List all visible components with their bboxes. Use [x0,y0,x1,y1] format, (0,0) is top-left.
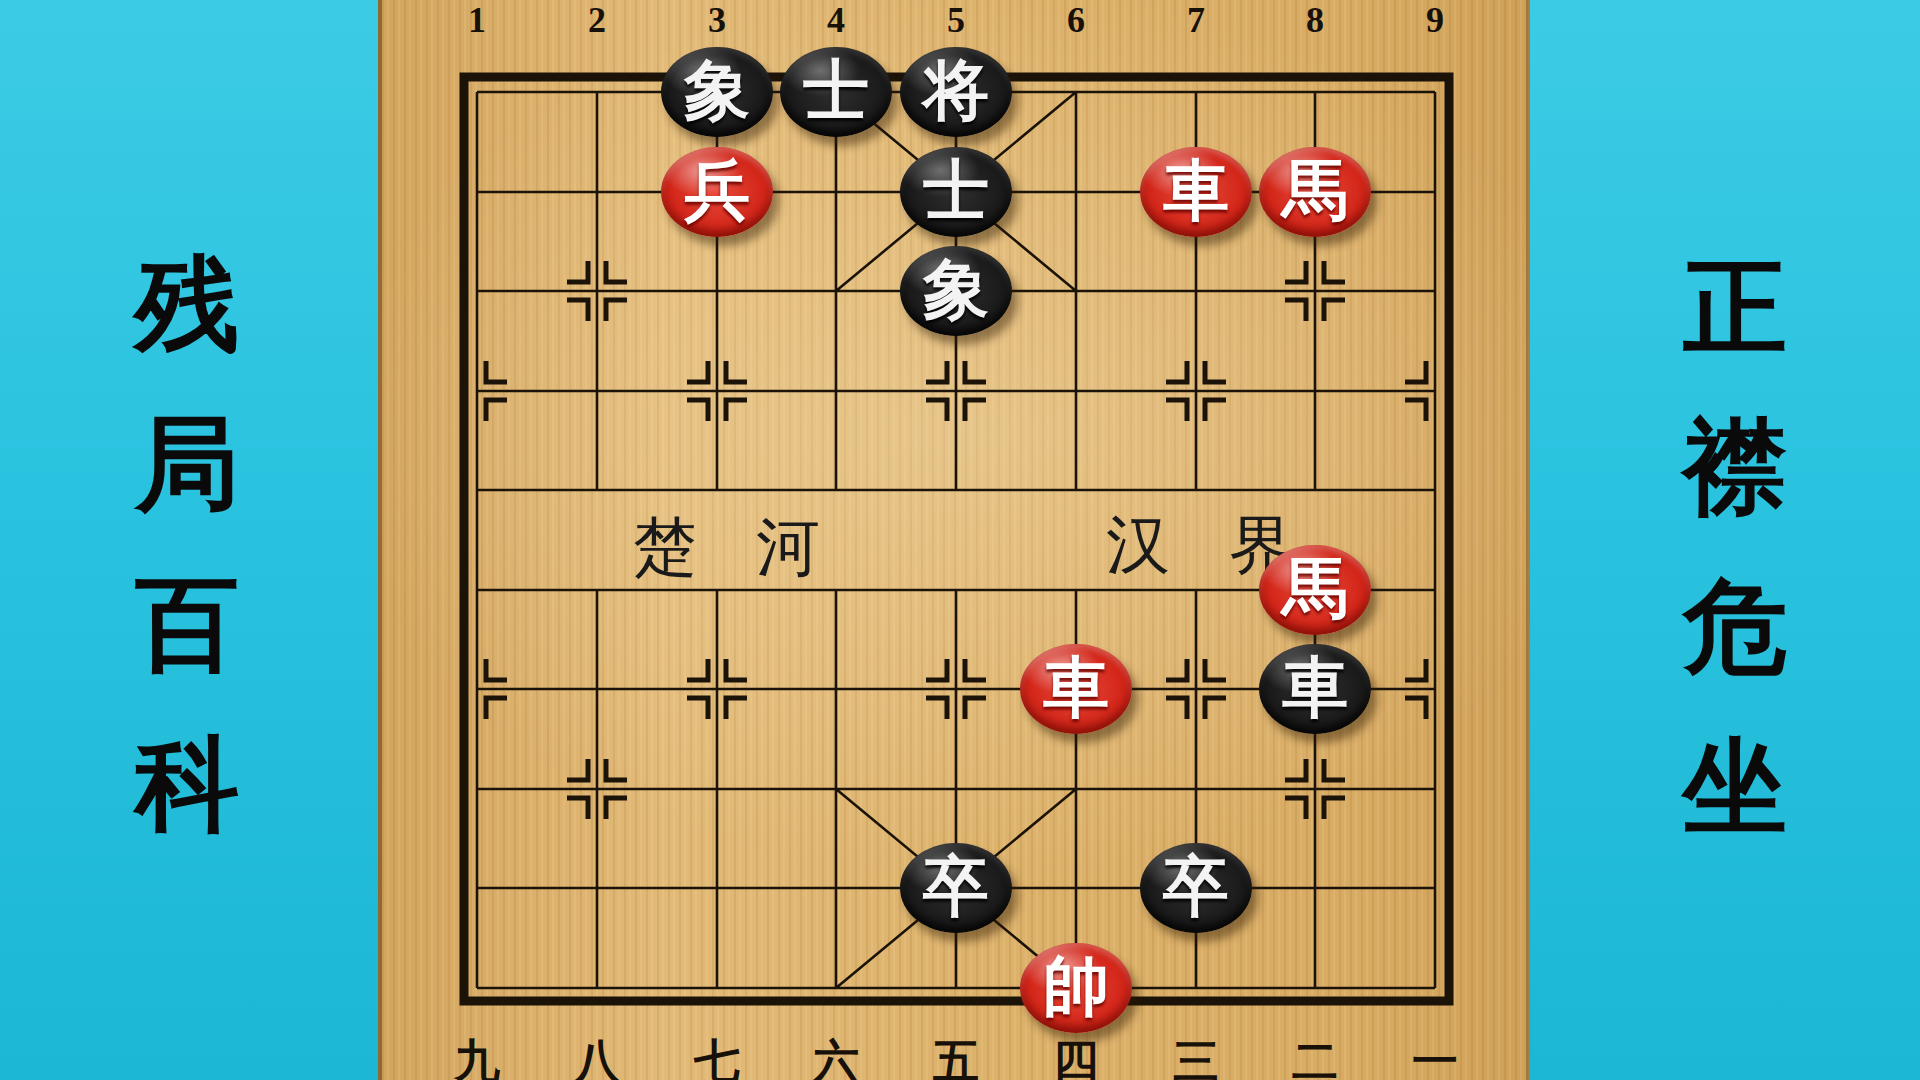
stage: 123456789 九八七六五四三二一 楚河 汉界 残局百科 正襟危坐 象士将兵… [0,0,1920,1080]
piece-red[interactable]: 帥 [1020,943,1132,1033]
piece-black[interactable]: 卒 [900,843,1012,933]
piece-red[interactable]: 馬 [1259,545,1371,635]
piece-black[interactable]: 卒 [1140,843,1252,933]
piece-red[interactable]: 車 [1020,644,1132,734]
piece-black[interactable]: 象 [661,47,773,137]
piece-black[interactable]: 士 [900,147,1012,237]
piece-red[interactable]: 車 [1140,147,1252,237]
piece-black[interactable]: 象 [900,246,1012,336]
pieces-layer: 象士将兵士車馬象馬車車卒卒帥 [0,0,1920,1080]
piece-black[interactable]: 将 [900,47,1012,137]
piece-red[interactable]: 兵 [661,147,773,237]
piece-black[interactable]: 車 [1259,644,1371,734]
piece-red[interactable]: 馬 [1259,147,1371,237]
piece-black[interactable]: 士 [780,47,892,137]
